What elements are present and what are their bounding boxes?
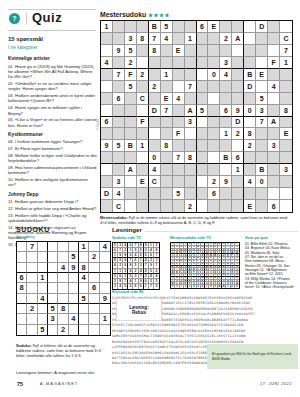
cell-r6c16: [280, 81, 292, 93]
cell-r6c3: 5: [125, 81, 137, 93]
cell-r2c2: [113, 33, 125, 45]
cell-r9c1: [17, 325, 27, 335]
cell-r9c10: [208, 117, 220, 129]
cell-r12c1: [101, 152, 113, 164]
cell-r9c15: A: [268, 117, 280, 129]
cell-r1c12: [232, 21, 244, 33]
cell-r15c6: [161, 188, 173, 200]
cell-r12c3: [125, 152, 137, 164]
cell-r15c15: [268, 188, 280, 200]
cell-r13c7: [173, 164, 185, 176]
cell-r11c15: 3: [268, 140, 280, 152]
cell-r4c9: [100, 273, 110, 283]
cell-r5c8: [185, 69, 197, 81]
cell-r2c3: 3: [125, 33, 137, 45]
cell-r4c1: 4: [101, 57, 113, 69]
cell-r5c11: 4: [220, 69, 232, 81]
cell-r11c13: 2: [244, 140, 256, 152]
cell-r3c2: 9: [113, 45, 125, 57]
cell-r4c2: [113, 57, 125, 69]
question-mark-icon: ?: [12, 15, 16, 22]
cell-r12c2: [113, 152, 125, 164]
quiz-categories: Kvinnelige artister01. Hvem ga ut (2019)…: [8, 56, 97, 247]
cell-r9c9: [100, 325, 110, 335]
cell-r4c5: [58, 273, 68, 283]
cell-r7c14: 5: [256, 93, 268, 105]
cell-r3c16: 7: [280, 45, 292, 57]
cell-r13c12: 1: [232, 164, 244, 176]
quiz-count: 15 spørsmål: [8, 36, 97, 44]
cell-r12c13: [244, 152, 256, 164]
cell-r5c4: 2: [137, 69, 149, 81]
cell-r10c1: [101, 128, 113, 140]
cell-r1c2: 7: [27, 242, 37, 252]
cell-r9c7: [173, 117, 185, 129]
cell-r12c8: 8: [185, 152, 197, 164]
cell-r10c4: [137, 128, 149, 140]
quiz-question: 02. «Umbrella» er en av verdens mest sol…: [8, 81, 97, 92]
cell-r1c11: [220, 21, 232, 33]
cell-r2c5: [58, 252, 68, 262]
cell-r7c7: 4: [173, 93, 185, 105]
quiz-question: 06. I hvilken kommune ligger Tananger?: [8, 139, 97, 144]
difficulty-stars: ★★★★: [148, 12, 170, 18]
cell-r11c10: [208, 140, 220, 152]
cell-r5c9: [197, 69, 209, 81]
cell-r13c4: [137, 164, 149, 176]
cell-r6c15: 4: [268, 81, 280, 93]
cell-r2c9: [197, 33, 209, 45]
cell-r14c16: [280, 176, 292, 188]
cell-r12c9: [197, 152, 209, 164]
cell-r7c1: [17, 304, 27, 314]
cell-r15c8: [185, 188, 197, 200]
cell-r8c4: [137, 105, 149, 117]
cell-r1c8: [185, 21, 197, 33]
cell-r7c6: E: [161, 93, 173, 105]
cell-r4c14: [256, 57, 268, 69]
cell-r4c12: [232, 57, 244, 69]
cell-r15c1: D: [101, 188, 113, 200]
cell-r8c2: [27, 314, 37, 324]
cell-r6c1: [17, 294, 27, 304]
cell-r9c3: 5: [38, 325, 48, 335]
cell-r14c6: [161, 176, 173, 188]
cell-r14c14: 0: [256, 176, 268, 188]
cell-r9c3: [125, 117, 137, 129]
cell-r1c10: E: [208, 21, 220, 33]
cell-r8c11: 6: [220, 105, 232, 117]
cell-r7c8: [185, 93, 197, 105]
cell-r2c4: [48, 252, 58, 262]
cell-r16c1: [101, 200, 113, 212]
mestersudoku-title: Mestersudoku ★★★★: [100, 11, 170, 18]
cell-r10c13: 8: [244, 128, 256, 140]
cell-r8c7: [79, 314, 89, 324]
cell-r6c9: [197, 81, 209, 93]
cell-r3c1: [17, 263, 27, 273]
cell-r10c11: 1: [220, 128, 232, 140]
cell-r14c5: C: [149, 176, 161, 188]
cell-r16c2: C: [113, 200, 125, 212]
cell-r1c5: B: [149, 21, 161, 33]
cell-r16c12: [232, 200, 244, 212]
cell-r9c5: 2: [58, 325, 68, 335]
cell-r15c11: [220, 188, 232, 200]
cell-r13c16: 3: [280, 164, 292, 176]
cell-r4c13: [244, 57, 256, 69]
cell-r1c1: [17, 242, 27, 252]
category-heading: Kvinnelige artister: [8, 56, 97, 62]
brand-name: A-MAGASINET: [40, 382, 78, 386]
cell-r2c8: 2: [89, 252, 99, 262]
cell-r5c5: [58, 283, 68, 293]
solutions-heading: Løsninger: [112, 226, 145, 233]
cell-r5c6: 1: [161, 69, 173, 81]
cell-r9c2: [113, 117, 125, 129]
cell-r4c11: 3: [220, 57, 232, 69]
cell-r4c1: 6: [17, 273, 27, 283]
cell-r12c6: [161, 152, 173, 164]
cell-r9c8: 3: [185, 117, 197, 129]
cell-r1c4: [48, 242, 58, 252]
cell-r8c8: A: [185, 105, 197, 117]
cell-r9c6: [161, 117, 173, 129]
quiz-question: 11. Hvilken grøsser debuterte Depp i?: [8, 199, 97, 204]
quiz-question: 05. «Like a Virgin» er en av hennes alle…: [8, 117, 97, 128]
cell-r7c2: 2: [27, 304, 37, 314]
cell-r4c6: [161, 57, 173, 69]
cell-r2c1: [101, 33, 113, 45]
cell-r11c8: [185, 140, 197, 152]
cell-r9c12: D: [232, 117, 244, 129]
cell-r6c6: [69, 294, 79, 304]
cell-r2c11: 2: [220, 33, 232, 45]
sudoku-difficulty: Vanskelig: [16, 234, 35, 239]
cell-r2c10: [208, 33, 220, 45]
cell-r10c15: [268, 128, 280, 140]
cell-r3c7: E: [173, 45, 185, 57]
cell-r7c4: C: [137, 93, 149, 105]
cell-r1c1: 1: [101, 21, 113, 33]
cell-r11c6: 8: [161, 140, 173, 152]
cell-r9c16: [280, 117, 292, 129]
cell-r12c12: 6: [232, 152, 244, 164]
cell-r10c2: [113, 128, 125, 140]
cell-r3c3: [38, 263, 48, 273]
cell-r8c5: D: [149, 105, 161, 117]
kryssord-label: Kryssord side 80: [112, 289, 143, 294]
cell-r7c5: [149, 93, 161, 105]
cell-r15c16: [280, 188, 292, 200]
cell-r4c7: 4: [79, 273, 89, 283]
cell-r14c11: 9: [220, 176, 232, 188]
cell-r6c7: 5: [79, 294, 89, 304]
cell-r12c4: [137, 152, 149, 164]
sudoku-caption: Sudoku: Fyll ut feltene slik at de vannr…: [16, 344, 110, 359]
cell-r2c13: [244, 33, 256, 45]
solution-box-word: Rebus: [132, 310, 146, 315]
cell-r6c5: [58, 294, 68, 304]
cell-r15c3: [125, 188, 137, 200]
cell-r3c9: [197, 45, 209, 57]
quiz-title: Quiz: [32, 10, 62, 25]
cell-r11c16: [280, 140, 292, 152]
cell-r13c3: A: [125, 164, 137, 176]
sudoku-title: SUDOKU: [16, 226, 50, 233]
cell-r2c6: 4: [161, 33, 173, 45]
cell-r7c3: [38, 304, 48, 314]
cell-r10c7: F: [173, 128, 185, 140]
cell-r8c5: [58, 314, 68, 324]
cell-r7c4: 5: [48, 304, 58, 314]
cell-r9c13: [244, 117, 256, 129]
cell-r6c2: [113, 81, 125, 93]
cell-r14c7: [173, 176, 185, 188]
cell-r2c4: 8: [137, 33, 149, 45]
cell-r3c8: [89, 263, 99, 273]
cell-r7c15: [268, 93, 280, 105]
cell-r5c1: [101, 69, 113, 81]
cell-r5c3: F: [125, 69, 137, 81]
cell-r15c7: 5: [173, 188, 185, 200]
cell-r6c11: [220, 81, 232, 93]
cell-r6c5: 2: [149, 81, 161, 93]
cell-r9c9: [197, 117, 209, 129]
cell-r15c4: [137, 188, 149, 200]
cell-r12c7: 7: [173, 152, 185, 164]
divider: [26, 12, 27, 25]
cell-r15c5: [149, 188, 161, 200]
cell-r2c9: [100, 252, 110, 262]
cell-r10c16: E: [280, 128, 292, 140]
issue-date: 17. JUNI 2022: [260, 382, 292, 386]
cell-r3c9: [100, 263, 110, 273]
cell-r5c4: [48, 283, 58, 293]
cell-r6c12: [232, 81, 244, 93]
cell-r14c4: E: [137, 176, 149, 188]
cell-r10c5: [149, 128, 161, 140]
cell-r3c3: 5: [125, 45, 137, 57]
cell-r3c15: [268, 45, 280, 57]
cell-r12c16: [280, 152, 292, 164]
cell-r1c16: [280, 21, 292, 33]
cell-r2c5: 7: [149, 33, 161, 45]
cell-r8c1: [17, 314, 27, 324]
cell-r8c9: 5: [197, 105, 209, 117]
cell-r16c4: [137, 200, 149, 212]
cell-r12c10: [208, 152, 220, 164]
cell-r7c8: [89, 304, 99, 314]
cell-r5c7: [79, 283, 89, 293]
cell-r5c16: [280, 69, 292, 81]
quiz-question: 09. Hva heter administrasjonssenteret i …: [8, 165, 97, 176]
cell-r2c7: [173, 33, 185, 45]
cell-r1c6: 5: [161, 21, 173, 33]
cell-r7c3: [125, 93, 137, 105]
cell-r8c1: [101, 105, 113, 117]
quiz-answers-label: Svar på quiz: [245, 235, 268, 240]
cell-r9c1: 6: [101, 117, 113, 129]
cell-r15c2: 4: [113, 188, 125, 200]
quiz-question: 08. Mellom hvilke to byer ved Oslofjorde…: [8, 153, 97, 164]
cell-r15c13: [244, 188, 256, 200]
cell-r2c8: 1: [185, 33, 197, 45]
cell-r9c8: [89, 325, 99, 335]
cell-r5c8: 6: [89, 283, 99, 293]
cell-r16c10: [208, 200, 220, 212]
cell-r3c4: [137, 45, 149, 57]
cell-r4c3: 2: [125, 57, 137, 69]
mestersudoku-solution-grid: 0123456789ABCDEF456789ABCDEF012389ABCDEF…: [170, 242, 240, 289]
cell-r11c9: [197, 140, 209, 152]
cell-r3c1: [101, 45, 113, 57]
cell-r10c10: [208, 128, 220, 140]
prize-note: Et gavekort på 800 kr fra Norli går til …: [207, 349, 298, 364]
cell-r3c4: [48, 263, 58, 273]
cell-r5c2: [27, 283, 37, 293]
cell-r1c2: [113, 21, 125, 33]
cell-r14c12: [232, 176, 244, 188]
cell-r4c15: F: [268, 57, 280, 69]
cell-r9c7: [79, 325, 89, 335]
cell-r6c13: D: [244, 81, 256, 93]
cell-r7c7: [79, 304, 89, 314]
cell-r3c6: 9: [69, 263, 79, 273]
cell-r4c7: [173, 57, 185, 69]
cell-r10c12: 2: [232, 128, 244, 140]
cell-r16c14: [256, 200, 268, 212]
cell-r3c2: [27, 263, 37, 273]
cell-r8c6: 7: [161, 105, 173, 117]
cell-r4c9: [197, 57, 209, 69]
cell-r16c13: E: [244, 200, 256, 212]
cell-r13c14: B: [256, 164, 268, 176]
cell-r5c5: [149, 69, 161, 81]
cell-r5c13: B: [244, 69, 256, 81]
cell-r6c7: [173, 81, 185, 93]
mestersudoku-grid: 1B56ED387412AC958E7423F17F2104BE527D46CE…: [100, 20, 293, 213]
cell-r4c6: [69, 273, 79, 283]
cell-r14c15: [268, 176, 280, 188]
cell-r5c1: 8: [17, 283, 27, 293]
quiz-tagline: I tre kategorier: [8, 45, 97, 51]
cell-r4c10: [208, 57, 220, 69]
cell-r1c3: [125, 21, 137, 33]
solution-word-box: Løsning: Rebus: [116, 298, 162, 321]
solution-sudoku-label: Sudoku side 75: [112, 235, 141, 240]
cell-r1c8: [89, 242, 99, 252]
cell-r6c3: 4: [38, 294, 48, 304]
cell-r12c5: 0: [149, 152, 161, 164]
cell-r1c4: [137, 21, 149, 33]
cell-r14c10: 2: [208, 176, 220, 188]
cell-r9c14: 7: [256, 117, 268, 129]
cell-r11c3: B: [125, 140, 137, 152]
cell-r2c7: [79, 252, 89, 262]
cell-r16c7: [173, 200, 185, 212]
cell-r1c3: [38, 242, 48, 252]
cell-r6c6: [161, 81, 173, 93]
cell-r2c1: [17, 252, 27, 262]
cell-r1c6: [69, 242, 79, 252]
cell-r1c7: 1: [79, 242, 89, 252]
cell-r2c2: [27, 252, 37, 262]
cell-r4c8: [185, 57, 197, 69]
cell-r7c11: [220, 93, 232, 105]
cell-r6c14: [256, 81, 268, 93]
cell-r16c5: [149, 200, 161, 212]
quiz-question: 12. Hvilket år giftet han seg med Amber …: [8, 206, 97, 211]
cell-r11c14: [256, 140, 268, 152]
cell-r8c14: 3: [256, 105, 268, 117]
cell-r7c5: 8: [58, 304, 68, 314]
cell-r8c10: [208, 105, 220, 117]
category-heading: Kystkommuner: [8, 132, 97, 138]
cell-r9c2: [27, 325, 37, 335]
cell-r2c16: C: [280, 33, 292, 45]
cell-r12c14: [256, 152, 268, 164]
cell-r6c8: [89, 294, 99, 304]
cell-r2c14: [256, 33, 268, 45]
cell-r10c14: [256, 128, 268, 140]
cell-r3c5: 8: [149, 45, 161, 57]
cell-r4c3: 1: [38, 273, 48, 283]
cell-r9c4: [48, 325, 58, 335]
cell-r9c9: 9: [154, 284, 159, 289]
category-heading: Johnny Depp: [8, 192, 97, 198]
solutions-note: Løsningene kommer i A-magasinet neste uk…: [16, 370, 116, 375]
mestersudoku-caption: Mestersudoku: Fyll ut de tomme rutene sl…: [100, 216, 293, 226]
cell-r11c4: 1: [137, 140, 149, 152]
cell-r2c12: A: [232, 33, 244, 45]
cell-r4c4: [137, 57, 149, 69]
cell-r11c1: 9: [101, 140, 113, 152]
cell-r1c15: [268, 21, 280, 33]
cell-r13c15: [268, 164, 280, 176]
cell-r3c6: [161, 45, 173, 57]
cell-r11c12: [232, 140, 244, 152]
cell-r1c5: [58, 242, 68, 252]
cell-r5c14: E: [256, 69, 268, 81]
cell-r7c9: [197, 93, 209, 105]
cell-r6c4: [137, 81, 149, 93]
cell-r2c3: [38, 252, 48, 262]
page-number: 75: [17, 381, 23, 387]
quiz-question: 07. Er Florø egen kommune?: [8, 146, 97, 151]
cell-r6c10: [208, 81, 220, 93]
cell-r4c5: [149, 57, 161, 69]
cell-r7c16: [280, 93, 292, 105]
cell-r16c16: E: [235, 285, 239, 288]
cell-r5c2: 7: [113, 69, 125, 81]
cell-r6c8: 7: [185, 81, 197, 93]
cell-r12c15: [268, 152, 280, 164]
cell-r1c14: D: [256, 21, 268, 33]
cell-r14c2: 3: [113, 176, 125, 188]
cell-r5c3: [38, 283, 48, 293]
cell-r5c7: [173, 69, 185, 81]
cell-r9c11: [220, 117, 232, 129]
prize-note-box: Et gavekort på 800 kr fra Norli går til …: [207, 344, 298, 369]
quiz-icon: ?: [9, 13, 20, 24]
cell-r4c4: [48, 273, 58, 283]
cell-r3c10: [208, 45, 220, 57]
cell-r14c13: 4: [244, 176, 256, 188]
cell-r16c11: [220, 200, 232, 212]
quiz-question: 01. Hvem ga ut (2019) og fikk Grammy (20…: [8, 64, 97, 80]
cell-r13c13: [244, 164, 256, 176]
